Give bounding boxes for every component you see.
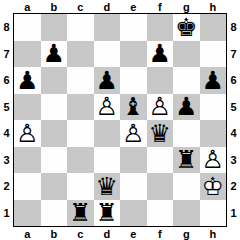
square-g3[interactable]: ♜ (173, 147, 200, 174)
square-f1[interactable] (147, 200, 174, 227)
black-bishop-piece: ♝ (120, 94, 147, 121)
square-c3[interactable] (67, 147, 94, 174)
file-label-e: e (120, 227, 147, 240)
square-c4[interactable] (67, 120, 94, 147)
square-a1[interactable] (14, 200, 41, 227)
square-d5[interactable]: ♟♙ (94, 94, 121, 121)
file-label-c: c (67, 227, 94, 240)
rank-label-6: 6 (227, 67, 240, 94)
square-g4[interactable] (173, 120, 200, 147)
white-pawn-piece: ♟♙ (200, 147, 227, 174)
rank-label-8: 8 (227, 14, 240, 41)
black-pawn-piece: ♟ (14, 67, 41, 94)
square-e6[interactable] (120, 67, 147, 94)
square-c2[interactable] (67, 173, 94, 200)
file-label-b: b (41, 0, 68, 13)
square-d2[interactable]: ♛ (94, 173, 121, 200)
black-pawn-piece: ♟ (173, 94, 200, 121)
square-b7[interactable]: ♟ (41, 41, 68, 68)
square-h6[interactable]: ♟ (200, 67, 227, 94)
file-label-d: d (94, 0, 121, 13)
black-queen-piece: ♛ (147, 120, 174, 147)
square-f3[interactable] (147, 147, 174, 174)
square-f8[interactable] (147, 14, 174, 41)
black-rook-piece: ♜ (94, 200, 121, 227)
square-a5[interactable] (14, 94, 41, 121)
square-h5[interactable] (200, 94, 227, 121)
file-label-b: b (41, 227, 68, 240)
white-king-piece: ♚♔ (200, 173, 227, 200)
file-label-c: c (67, 0, 94, 13)
white-pawn-piece: ♟♙ (147, 94, 174, 121)
square-b6[interactable] (41, 67, 68, 94)
white-pawn-piece: ♟♙ (14, 120, 41, 147)
rank-label-2: 2 (227, 173, 240, 200)
square-h1[interactable] (200, 200, 227, 227)
square-h8[interactable] (200, 14, 227, 41)
square-b3[interactable] (41, 147, 68, 174)
square-f5[interactable]: ♟♙ (147, 94, 174, 121)
file-label-f: f (147, 0, 174, 13)
black-rook-piece: ♜ (173, 147, 200, 174)
square-e2[interactable] (120, 173, 147, 200)
square-g8[interactable]: ♚ (173, 14, 200, 41)
square-a7[interactable] (14, 41, 41, 68)
square-d4[interactable] (94, 120, 121, 147)
square-h2[interactable]: ♚♔ (200, 173, 227, 200)
file-label-h: h (200, 227, 227, 240)
board: ♚♟♟♟♟♟♟♙♝♟♙♟♟♙♟♙♛♜♟♙♛♚♔♜♜ (13, 13, 227, 227)
square-a3[interactable] (14, 147, 41, 174)
square-c7[interactable] (67, 41, 94, 68)
square-e5[interactable]: ♝ (120, 94, 147, 121)
square-b5[interactable] (41, 94, 68, 121)
square-b1[interactable] (41, 200, 68, 227)
rank-label-8: 8 (0, 14, 13, 41)
square-g1[interactable] (173, 200, 200, 227)
square-b8[interactable] (41, 14, 68, 41)
black-rook-piece: ♜ (67, 200, 94, 227)
file-label-f: f (147, 227, 174, 240)
square-b2[interactable] (41, 173, 68, 200)
square-a4[interactable]: ♟♙ (14, 120, 41, 147)
rank-labels-left: 87654321 (0, 14, 13, 226)
square-e4[interactable]: ♟♙ (120, 120, 147, 147)
black-pawn-piece: ♟ (200, 67, 227, 94)
square-d1[interactable]: ♜ (94, 200, 121, 227)
file-label-a: a (14, 0, 41, 13)
square-e8[interactable] (120, 14, 147, 41)
square-f2[interactable] (147, 173, 174, 200)
square-d8[interactable] (94, 14, 121, 41)
square-h4[interactable] (200, 120, 227, 147)
rank-label-3: 3 (0, 147, 13, 174)
black-king-piece: ♚ (173, 14, 200, 41)
black-pawn-piece: ♟ (41, 41, 68, 68)
file-labels-bottom: abcdefgh (14, 227, 226, 240)
file-labels-top: abcdefgh (14, 0, 226, 13)
square-d6[interactable]: ♟ (94, 67, 121, 94)
square-h3[interactable]: ♟♙ (200, 147, 227, 174)
rank-label-1: 1 (227, 200, 240, 227)
square-c6[interactable] (67, 67, 94, 94)
white-pawn-piece: ♟♙ (94, 94, 121, 121)
square-a8[interactable] (14, 14, 41, 41)
file-label-g: g (173, 227, 200, 240)
square-e1[interactable] (120, 200, 147, 227)
rank-label-6: 6 (0, 67, 13, 94)
square-f4[interactable]: ♛ (147, 120, 174, 147)
white-pawn-piece: ♟♙ (120, 120, 147, 147)
black-pawn-piece: ♟ (147, 41, 174, 68)
square-g5[interactable]: ♟ (173, 94, 200, 121)
rank-label-4: 4 (227, 120, 240, 147)
file-label-a: a (14, 227, 41, 240)
square-c5[interactable] (67, 94, 94, 121)
square-g6[interactable] (173, 67, 200, 94)
rank-labels-right: 87654321 (227, 14, 240, 226)
square-c1[interactable]: ♜ (67, 200, 94, 227)
rank-label-1: 1 (0, 200, 13, 227)
square-a6[interactable]: ♟ (14, 67, 41, 94)
file-label-h: h (200, 0, 227, 13)
black-pawn-piece: ♟ (94, 67, 121, 94)
square-c8[interactable] (67, 14, 94, 41)
square-a2[interactable] (14, 173, 41, 200)
square-h7[interactable] (200, 41, 227, 68)
rank-label-4: 4 (0, 120, 13, 147)
rank-label-2: 2 (0, 173, 13, 200)
square-f7[interactable]: ♟ (147, 41, 174, 68)
file-label-d: d (94, 227, 121, 240)
file-label-e: e (120, 0, 147, 13)
square-d3[interactable] (94, 147, 121, 174)
square-e7[interactable] (120, 41, 147, 68)
rank-label-3: 3 (227, 147, 240, 174)
square-b4[interactable] (41, 120, 68, 147)
rank-label-5: 5 (227, 94, 240, 121)
chess-diagram: abcdefgh abcdefgh 87654321 87654321 ♚♟♟♟… (0, 0, 240, 240)
square-e3[interactable] (120, 147, 147, 174)
square-g2[interactable] (173, 173, 200, 200)
rank-label-7: 7 (0, 41, 13, 68)
file-label-g: g (173, 0, 200, 13)
square-d7[interactable] (94, 41, 121, 68)
square-f6[interactable] (147, 67, 174, 94)
rank-label-5: 5 (0, 94, 13, 121)
black-queen-piece: ♛ (94, 173, 121, 200)
square-g7[interactable] (173, 41, 200, 68)
rank-label-7: 7 (227, 41, 240, 68)
